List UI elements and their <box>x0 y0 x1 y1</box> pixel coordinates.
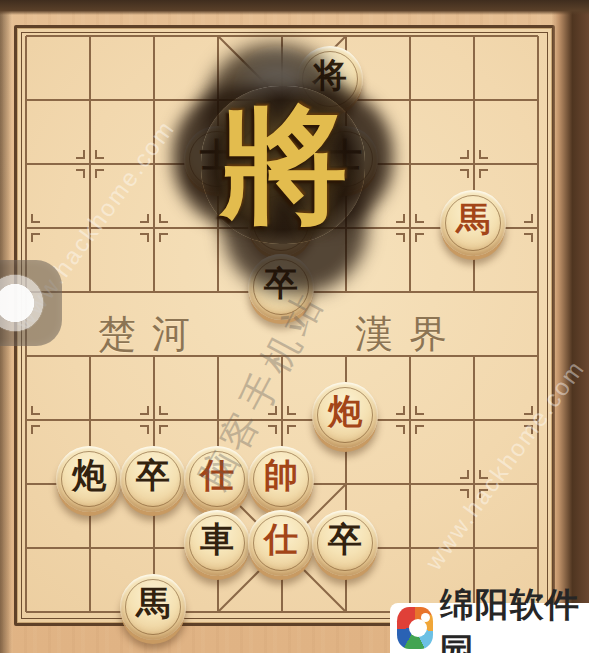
piece-卒-2-7[interactable]: 卒 <box>120 446 186 512</box>
piece-glyph: 仕 <box>200 459 234 493</box>
piece-glyph: 帥 <box>264 459 298 493</box>
table-edge-right <box>552 0 589 653</box>
piece-馬-2-9[interactable]: 馬 <box>120 574 186 640</box>
piece-炮-5-6[interactable]: 炮 <box>312 382 378 448</box>
piece-glyph: 卒 <box>264 267 298 301</box>
piece-卒-4-4[interactable]: 卒 <box>248 254 314 320</box>
piece-glyph: 馬 <box>136 587 170 621</box>
piece-炮-1-7[interactable]: 炮 <box>56 446 122 512</box>
river-label-right: 漢界 <box>355 309 463 360</box>
assistive-touch-dot <box>0 274 44 332</box>
piece-glyph: 車 <box>200 523 234 557</box>
piece-車-3-8[interactable]: 車 <box>184 510 250 576</box>
piece-glyph: 炮 <box>328 395 362 429</box>
piece-帥-4-7[interactable]: 帥 <box>248 446 314 512</box>
piece-glyph: 卒 <box>136 459 170 493</box>
table-edge-top <box>0 0 589 15</box>
piece-卒-5-8[interactable]: 卒 <box>312 510 378 576</box>
piece-glyph: 馬 <box>456 203 490 237</box>
river-label-left: 楚河 <box>98 309 206 360</box>
publisher-logo: 绵阳软件园 <box>390 603 589 653</box>
piece-glyph: 炮 <box>72 459 106 493</box>
check-banner: 將 <box>198 78 370 254</box>
piece-glyph: 仕 <box>264 523 298 557</box>
piece-仕-4-8[interactable]: 仕 <box>248 510 314 576</box>
piece-仕-3-7[interactable]: 仕 <box>184 446 250 512</box>
piece-glyph: 卒 <box>328 523 362 557</box>
assistive-touch-button[interactable] <box>0 260 62 346</box>
pinwheel-logo-icon <box>397 607 433 649</box>
game-screen: 楚河 漢界 将士士馬卒炮炮卒仕帥車仕卒馬 將 www.hackhome.comw… <box>0 0 589 653</box>
publisher-logo-text: 绵阳软件园 <box>440 582 589 653</box>
piece-馬-7-3[interactable]: 馬 <box>440 190 506 256</box>
